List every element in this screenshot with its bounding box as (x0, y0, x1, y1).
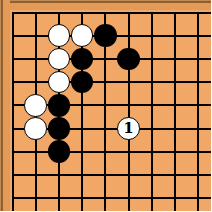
grid-line-vertical-7 (151, 12, 153, 212)
grid-line-horizontal-1 (12, 12, 212, 14)
white-stone-move-1: 1 (117, 117, 140, 140)
black-stone (117, 48, 140, 71)
black-stone (94, 24, 117, 47)
grid-line-horizontal-9 (12, 197, 212, 199)
black-stone (71, 71, 94, 94)
go-board: 1 (0, 0, 211, 211)
black-stone (71, 48, 94, 71)
white-stone (71, 24, 94, 47)
grid-line-vertical-6 (128, 12, 130, 212)
grid-line-horizontal-4 (12, 81, 212, 83)
board-frame-top (0, 0, 211, 10)
white-stone (24, 117, 47, 140)
black-stone (48, 140, 71, 163)
black-stone (48, 94, 71, 117)
white-stone (24, 94, 47, 117)
grid-line-horizontal-8 (12, 174, 212, 176)
grid-line-vertical-9 (197, 12, 199, 212)
board-frame-left (0, 0, 10, 211)
grid-line-vertical-8 (174, 12, 176, 212)
black-stone (48, 117, 71, 140)
grid-line-horizontal-3 (12, 58, 212, 60)
grid-line-horizontal-7 (12, 151, 212, 153)
white-stone (48, 48, 71, 71)
grid-line-vertical-1 (12, 12, 14, 212)
white-stone (48, 71, 71, 94)
white-stone (48, 24, 71, 47)
